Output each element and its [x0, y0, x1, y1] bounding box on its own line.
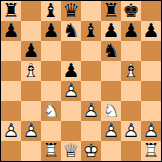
piece-glyph: ♟ — [21, 41, 41, 60]
square-d3[interactable] — [61, 101, 81, 121]
piece-glyph: ♛ — [61, 1, 81, 20]
piece-black-bishop[interactable]: ♝ — [41, 1, 61, 21]
piece-white-pawn[interactable]: ♟♙ — [21, 121, 41, 141]
square-h3[interactable] — [141, 101, 161, 121]
square-f6[interactable]: ♞ — [101, 41, 121, 61]
piece-outline-glyph: ♙ — [81, 101, 101, 120]
square-h2[interactable]: ♟♙ — [141, 121, 161, 141]
piece-outline-glyph: ♔ — [81, 141, 101, 160]
square-e6[interactable] — [81, 41, 101, 61]
square-b3[interactable] — [21, 101, 41, 121]
piece-black-pawn[interactable]: ♟ — [101, 21, 121, 41]
square-e3[interactable]: ♟♙ — [81, 101, 101, 121]
piece-outline-glyph: ♙ — [141, 121, 161, 140]
square-e1[interactable]: ♚♔ — [81, 141, 101, 161]
piece-glyph: ♜ — [101, 1, 121, 20]
piece-glyph: ♟ — [41, 21, 61, 40]
square-h6[interactable] — [141, 41, 161, 61]
piece-black-bishop[interactable]: ♝ — [81, 21, 101, 41]
piece-glyph: ♞ — [101, 41, 121, 60]
square-b1[interactable] — [21, 141, 41, 161]
piece-glyph: ♟ — [141, 21, 161, 40]
piece-outline-glyph: ♙ — [121, 121, 141, 140]
piece-glyph: ♟ — [121, 21, 141, 40]
square-e8[interactable] — [81, 1, 101, 21]
square-a7[interactable]: ♟ — [1, 21, 21, 41]
piece-outline-glyph: ♙ — [21, 121, 41, 140]
square-a2[interactable]: ♟♙ — [1, 121, 21, 141]
piece-white-knight[interactable]: ♞♘ — [41, 101, 61, 121]
square-d6[interactable] — [61, 41, 81, 61]
square-d7[interactable]: ♞ — [61, 21, 81, 41]
piece-white-pawn[interactable]: ♟♙ — [1, 121, 21, 141]
square-g8[interactable]: ♚ — [121, 1, 141, 21]
square-f4[interactable] — [101, 81, 121, 101]
square-g6[interactable] — [121, 41, 141, 61]
square-a8[interactable]: ♜ — [1, 1, 21, 21]
piece-black-pawn[interactable]: ♟ — [1, 21, 21, 41]
square-h4[interactable] — [141, 81, 161, 101]
piece-glyph: ♜ — [1, 1, 21, 20]
square-e4[interactable] — [81, 81, 101, 101]
piece-white-pawn[interactable]: ♟♙ — [141, 121, 161, 141]
square-e5[interactable] — [81, 61, 101, 81]
piece-black-king[interactable]: ♚ — [121, 1, 141, 21]
piece-white-pawn[interactable]: ♟♙ — [61, 81, 81, 101]
piece-black-knight[interactable]: ♞ — [101, 41, 121, 61]
piece-white-pawn[interactable]: ♟♙ — [81, 101, 101, 121]
square-h5[interactable] — [141, 61, 161, 81]
piece-black-pawn[interactable]: ♟ — [121, 21, 141, 41]
square-h1[interactable]: ♜♖ — [141, 141, 161, 161]
piece-black-pawn[interactable]: ♟ — [41, 21, 61, 41]
square-c2[interactable] — [41, 121, 61, 141]
piece-outline-glyph: ♗ — [21, 61, 41, 80]
square-d8[interactable]: ♛ — [61, 1, 81, 21]
square-c8[interactable]: ♝ — [41, 1, 61, 21]
square-c1[interactable]: ♜♖ — [41, 141, 61, 161]
square-f7[interactable]: ♟ — [101, 21, 121, 41]
square-b2[interactable]: ♟♙ — [21, 121, 41, 141]
piece-glyph: ♞ — [61, 21, 81, 40]
square-f2[interactable]: ♟♙ — [101, 121, 121, 141]
piece-black-pawn[interactable]: ♟ — [21, 41, 41, 61]
piece-white-pawn[interactable]: ♟♙ — [101, 121, 121, 141]
square-a1[interactable] — [1, 141, 21, 161]
square-g3[interactable] — [121, 101, 141, 121]
piece-black-rook[interactable]: ♜ — [1, 1, 21, 21]
piece-black-pawn[interactable]: ♟ — [141, 21, 161, 41]
piece-black-pawn[interactable]: ♟ — [61, 61, 81, 81]
square-f1[interactable] — [101, 141, 121, 161]
piece-outline-glyph: ♗ — [121, 61, 141, 80]
square-g7[interactable]: ♟ — [121, 21, 141, 41]
piece-outline-glyph: ♕ — [61, 141, 81, 160]
square-b5[interactable]: ♝♗ — [21, 61, 41, 81]
piece-outline-glyph: ♘ — [41, 101, 61, 120]
piece-white-king[interactable]: ♚♔ — [81, 141, 101, 161]
piece-white-bishop[interactable]: ♝♗ — [21, 61, 41, 81]
square-c6[interactable] — [41, 41, 61, 61]
square-b4[interactable] — [21, 81, 41, 101]
square-d4[interactable]: ♟♙ — [61, 81, 81, 101]
square-f3[interactable]: ♞♘ — [101, 101, 121, 121]
piece-white-bishop[interactable]: ♝♗ — [121, 61, 141, 81]
piece-white-knight[interactable]: ♞♘ — [101, 101, 121, 121]
piece-white-pawn[interactable]: ♟♙ — [121, 121, 141, 141]
square-f5[interactable] — [101, 61, 121, 81]
square-b7[interactable] — [21, 21, 41, 41]
square-c7[interactable]: ♟ — [41, 21, 61, 41]
square-g1[interactable] — [121, 141, 141, 161]
square-e7[interactable]: ♝ — [81, 21, 101, 41]
piece-glyph: ♟ — [61, 61, 81, 80]
square-a6[interactable] — [1, 41, 21, 61]
piece-black-knight[interactable]: ♞ — [61, 21, 81, 41]
square-g2[interactable]: ♟♙ — [121, 121, 141, 141]
piece-glyph: ♟ — [1, 21, 21, 40]
square-a5[interactable] — [1, 61, 21, 81]
piece-glyph: ♟ — [101, 21, 121, 40]
square-e2[interactable] — [81, 121, 101, 141]
square-b6[interactable]: ♟ — [21, 41, 41, 61]
piece-outline-glyph: ♘ — [101, 101, 121, 120]
square-g5[interactable]: ♝♗ — [121, 61, 141, 81]
piece-outline-glyph: ♙ — [101, 121, 121, 140]
square-h8[interactable] — [141, 1, 161, 21]
piece-glyph: ♚ — [121, 1, 141, 20]
piece-white-rook[interactable]: ♜♖ — [41, 141, 61, 161]
piece-white-queen[interactable]: ♛♕ — [61, 141, 81, 161]
square-c4[interactable] — [41, 81, 61, 101]
piece-outline-glyph: ♖ — [41, 141, 61, 160]
piece-glyph: ♝ — [81, 21, 101, 40]
square-d1[interactable]: ♛♕ — [61, 141, 81, 161]
chessboard: ♜♝♛♜♚♟♟♞♝♟♟♟♟♞♝♗♟♝♗♟♙♞♘♟♙♞♘♟♙♟♙♟♙♟♙♟♙♜♖♛… — [0, 0, 162, 162]
square-d2[interactable] — [61, 121, 81, 141]
piece-white-rook[interactable]: ♜♖ — [141, 141, 161, 161]
square-b8[interactable] — [21, 1, 41, 21]
piece-outline-glyph: ♙ — [61, 81, 81, 100]
piece-black-rook[interactable]: ♜ — [101, 1, 121, 21]
square-f8[interactable]: ♜ — [101, 1, 121, 21]
square-g4[interactable] — [121, 81, 141, 101]
piece-glyph: ♝ — [41, 1, 61, 20]
square-d5[interactable]: ♟ — [61, 61, 81, 81]
piece-black-queen[interactable]: ♛ — [61, 1, 81, 21]
square-c5[interactable] — [41, 61, 61, 81]
piece-outline-glyph: ♙ — [1, 121, 21, 140]
square-a3[interactable] — [1, 101, 21, 121]
square-h7[interactable]: ♟ — [141, 21, 161, 41]
square-a4[interactable] — [1, 81, 21, 101]
piece-outline-glyph: ♖ — [141, 141, 161, 160]
square-c3[interactable]: ♞♘ — [41, 101, 61, 121]
